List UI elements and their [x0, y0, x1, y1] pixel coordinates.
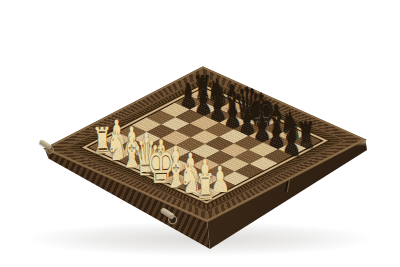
brass-clasp-front: [160, 211, 175, 217]
white-rook: ♜: [186, 168, 224, 205]
square-h1: ♜: [192, 186, 221, 200]
clasp-ring-icon: [46, 146, 54, 154]
chess-board: ♜♞♝♛♚♝♞♜♟♟♟♟♟♟♟♟♟♟♟♟♟♟♟♟♜♞♝♛♚♝♞♜: [45, 67, 366, 222]
chess-set-photo: ♜♞♝♛♚♝♞♜♟♟♟♟♟♟♟♟♟♟♟♟♟♟♟♟♜♞♝♛♚♝♞♜: [0, 0, 400, 267]
clasp-ring-icon: [168, 215, 177, 224]
brass-clasp-left: [39, 142, 52, 147]
